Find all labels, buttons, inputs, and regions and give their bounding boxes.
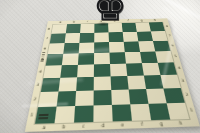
photo-vignette [0, 0, 200, 133]
photo-scene: abcdefgh abcdefgh 87654321 87654321 ♚ [0, 0, 200, 133]
